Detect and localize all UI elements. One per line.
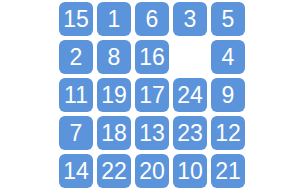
tile-7[interactable]: 7: [59, 116, 93, 150]
tile-12[interactable]: 12: [211, 116, 245, 150]
empty-cell: [173, 40, 207, 74]
tile-10[interactable]: 10: [173, 154, 207, 188]
puzzle-board: 151635281641119172497181323121422201021: [59, 2, 245, 188]
tile-4[interactable]: 4: [211, 40, 245, 74]
tile-11[interactable]: 11: [59, 78, 93, 112]
tile-24[interactable]: 24: [173, 78, 207, 112]
tile-21[interactable]: 21: [211, 154, 245, 188]
tile-23[interactable]: 23: [173, 116, 207, 150]
tile-18[interactable]: 18: [97, 116, 131, 150]
tile-9[interactable]: 9: [211, 78, 245, 112]
tile-8[interactable]: 8: [97, 40, 131, 74]
tile-22[interactable]: 22: [97, 154, 131, 188]
tile-13[interactable]: 13: [135, 116, 169, 150]
tile-15[interactable]: 15: [59, 2, 93, 36]
tile-14[interactable]: 14: [59, 154, 93, 188]
tile-19[interactable]: 19: [97, 78, 131, 112]
tile-16[interactable]: 16: [135, 40, 169, 74]
tile-5[interactable]: 5: [211, 2, 245, 36]
tile-17[interactable]: 17: [135, 78, 169, 112]
tile-20[interactable]: 20: [135, 154, 169, 188]
tile-3[interactable]: 3: [173, 2, 207, 36]
tile-6[interactable]: 6: [135, 2, 169, 36]
tile-1[interactable]: 1: [97, 2, 131, 36]
puzzle-screen: 151635281641119172497181323121422201021: [0, 0, 304, 190]
tile-2[interactable]: 2: [59, 40, 93, 74]
